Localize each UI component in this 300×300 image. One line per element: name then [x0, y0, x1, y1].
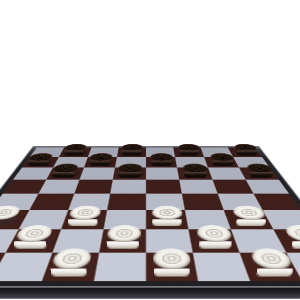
- piece-side: [199, 241, 232, 249]
- checker-dark[interactable]: [150, 158, 173, 166]
- square-h5[interactable]: [246, 180, 290, 194]
- checker-dark[interactable]: [52, 169, 80, 178]
- checker-white[interactable]: [230, 212, 267, 226]
- checker-dark[interactable]: [121, 149, 142, 156]
- piece-side: [184, 172, 207, 178]
- checker-dark[interactable]: [232, 149, 257, 156]
- square-c5[interactable]: [74, 180, 112, 194]
- square-b5[interactable]: [39, 180, 80, 194]
- checker-dark[interactable]: [208, 158, 234, 166]
- piece-side: [14, 241, 47, 249]
- piece-side: [236, 219, 266, 226]
- scene: [0, 0, 300, 300]
- piece-side: [27, 160, 49, 166]
- checker-dark[interactable]: [63, 149, 87, 156]
- piece-side: [0, 219, 14, 226]
- piece-side: [68, 219, 98, 226]
- piece-side: [212, 160, 234, 166]
- square-f5[interactable]: [179, 180, 217, 194]
- piece-side: [89, 160, 111, 166]
- square-f4[interactable]: [182, 194, 224, 210]
- checker-white[interactable]: [106, 232, 141, 249]
- piece-side: [237, 150, 258, 155]
- checker-dark[interactable]: [181, 169, 207, 178]
- board-front-edge: [0, 287, 300, 299]
- checker-white[interactable]: [152, 256, 191, 277]
- piece-side: [249, 172, 273, 178]
- piece-side: [64, 150, 85, 155]
- piece-side: [118, 172, 141, 178]
- checker-white[interactable]: [0, 212, 23, 226]
- checker-dark[interactable]: [177, 149, 200, 156]
- checker-white[interactable]: [247, 256, 293, 277]
- piece-side: [256, 268, 293, 276]
- piece-side: [106, 241, 139, 249]
- piece-side: [121, 150, 141, 155]
- square-e6[interactable]: [146, 167, 179, 179]
- square-d5[interactable]: [110, 180, 146, 194]
- piece-side: [151, 160, 173, 166]
- piece-top: [150, 153, 173, 161]
- square-c6[interactable]: [80, 167, 115, 179]
- square-b4[interactable]: [29, 194, 74, 210]
- checker-white[interactable]: [68, 212, 102, 226]
- checker-dark[interactable]: [27, 158, 54, 166]
- checker-white[interactable]: [50, 256, 92, 277]
- piece-side: [52, 172, 76, 178]
- checker-white[interactable]: [13, 232, 54, 249]
- board-3d-view: [33, 146, 259, 300]
- piece-side: [154, 268, 190, 276]
- checkers-board-frame: [0, 146, 300, 287]
- piece-side: [179, 150, 199, 155]
- square-d1[interactable]: [94, 253, 146, 282]
- square-d4[interactable]: [107, 194, 146, 210]
- checker-white[interactable]: [195, 232, 233, 249]
- piece-side: [50, 268, 87, 276]
- piece-side: [291, 241, 300, 249]
- piece-side: [152, 219, 182, 226]
- checker-dark[interactable]: [117, 169, 142, 178]
- square-e5[interactable]: [146, 180, 182, 194]
- checker-white[interactable]: [151, 212, 182, 226]
- square-h4[interactable]: [253, 194, 300, 210]
- checker-dark[interactable]: [89, 158, 113, 166]
